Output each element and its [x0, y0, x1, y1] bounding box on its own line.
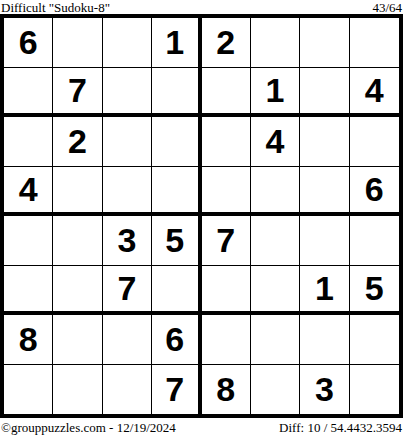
cell-r4c8: 6 — [350, 167, 399, 217]
cell-r2c3[interactable] — [103, 68, 152, 118]
cell-r6c1[interactable] — [4, 266, 53, 316]
cell-r7c5[interactable] — [202, 315, 251, 365]
cell-r2c4[interactable] — [152, 68, 201, 118]
cell-r8c8[interactable] — [350, 365, 399, 415]
cell-r2c5[interactable] — [202, 68, 251, 118]
cell-r5c6[interactable] — [251, 216, 300, 266]
puzzle-title: Difficult "Sudoku-8" — [1, 1, 110, 14]
copyright-text: ©grouppuzzles.com - 12/19/2024 — [1, 421, 176, 434]
cell-r2c2: 7 — [53, 68, 102, 118]
puzzle-page: Difficult "Sudoku-8" 43/64 6127142446357… — [0, 0, 403, 437]
cell-r8c3[interactable] — [103, 365, 152, 415]
cell-r4c4[interactable] — [152, 167, 201, 217]
cell-r7c7[interactable] — [300, 315, 349, 365]
cell-r1c8[interactable] — [350, 18, 399, 68]
cell-r1c5: 2 — [202, 18, 251, 68]
cell-r8c1[interactable] — [4, 365, 53, 415]
cell-r7c3[interactable] — [103, 315, 152, 365]
cell-r5c1[interactable] — [4, 216, 53, 266]
cell-r4c2[interactable] — [53, 167, 102, 217]
footer: ©grouppuzzles.com - 12/19/2024 Diff: 10 … — [0, 418, 403, 437]
cell-r3c1[interactable] — [4, 117, 53, 167]
cell-r5c4: 5 — [152, 216, 201, 266]
cell-r2c6: 1 — [251, 68, 300, 118]
cell-r6c5[interactable] — [202, 266, 251, 316]
cell-r7c4: 6 — [152, 315, 201, 365]
cell-r2c8: 4 — [350, 68, 399, 118]
cell-r1c2[interactable] — [53, 18, 102, 68]
cell-r3c7[interactable] — [300, 117, 349, 167]
cell-r6c7: 1 — [300, 266, 349, 316]
cell-r8c6[interactable] — [251, 365, 300, 415]
empty-cell-counter: 43/64 — [372, 1, 402, 14]
cell-r8c5: 8 — [202, 365, 251, 415]
cell-r7c8[interactable] — [350, 315, 399, 365]
cell-r3c3[interactable] — [103, 117, 152, 167]
cell-r4c7[interactable] — [300, 167, 349, 217]
cell-r6c2[interactable] — [53, 266, 102, 316]
cell-r6c8: 5 — [350, 266, 399, 316]
cell-r5c5: 7 — [202, 216, 251, 266]
cell-r1c3[interactable] — [103, 18, 152, 68]
cell-r5c8[interactable] — [350, 216, 399, 266]
sudoku-board: 612714244635771586783 — [0, 14, 403, 418]
cell-r2c7[interactable] — [300, 68, 349, 118]
cell-r2c1[interactable] — [4, 68, 53, 118]
difficulty-text: Diff: 10 / 54.4432.3594 — [279, 421, 402, 434]
cell-r8c7: 3 — [300, 365, 349, 415]
cell-r3c4[interactable] — [152, 117, 201, 167]
cell-r8c2[interactable] — [53, 365, 102, 415]
cell-r3c6: 4 — [251, 117, 300, 167]
cell-r5c2[interactable] — [53, 216, 102, 266]
cell-r3c2: 2 — [53, 117, 102, 167]
cell-r1c7[interactable] — [300, 18, 349, 68]
cell-r7c1: 8 — [4, 315, 53, 365]
cell-r4c1: 4 — [4, 167, 53, 217]
cell-r8c4: 7 — [152, 365, 201, 415]
header: Difficult "Sudoku-8" 43/64 — [0, 0, 403, 14]
cell-r5c7[interactable] — [300, 216, 349, 266]
cell-r3c5[interactable] — [202, 117, 251, 167]
cell-r1c1: 6 — [4, 18, 53, 68]
cell-r7c2[interactable] — [53, 315, 102, 365]
cell-r4c6[interactable] — [251, 167, 300, 217]
cell-r4c5[interactable] — [202, 167, 251, 217]
cell-r5c3: 3 — [103, 216, 152, 266]
cell-r6c6[interactable] — [251, 266, 300, 316]
cell-r6c4[interactable] — [152, 266, 201, 316]
cell-r3c8[interactable] — [350, 117, 399, 167]
cell-r6c3: 7 — [103, 266, 152, 316]
cell-r4c3[interactable] — [103, 167, 152, 217]
cell-r1c6[interactable] — [251, 18, 300, 68]
cell-r1c4: 1 — [152, 18, 201, 68]
cell-r7c6[interactable] — [251, 315, 300, 365]
